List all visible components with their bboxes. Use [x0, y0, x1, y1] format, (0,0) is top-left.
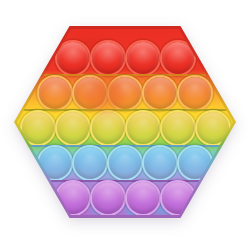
bubble-orange-2[interactable]: [74, 77, 106, 109]
bubble-row-purple: [17, 180, 233, 215]
bubble-blue-2[interactable]: [74, 147, 106, 179]
bubble-orange-4[interactable]: [144, 77, 176, 109]
bubble-blue-1[interactable]: [39, 147, 71, 179]
bubble-red-4[interactable]: [162, 42, 194, 74]
bubble-yellow-3[interactable]: [92, 112, 124, 144]
bubble-red-1[interactable]: [57, 42, 89, 74]
bubble-row-blue: [17, 145, 233, 180]
bubble-yellow-4[interactable]: [127, 112, 159, 144]
bubble-row-red: [17, 41, 233, 74]
bubble-red-3[interactable]: [127, 42, 159, 74]
bubble-orange-5[interactable]: [179, 77, 211, 109]
photo-canvas: [0, 0, 250, 250]
popit-face: [17, 29, 233, 215]
bubble-blue-4[interactable]: [144, 147, 176, 179]
bubble-yellow-2[interactable]: [57, 112, 89, 144]
bubble-red-2[interactable]: [92, 42, 124, 74]
bubble-row-yellow: [17, 109, 233, 144]
bubble-blue-5[interactable]: [179, 147, 211, 179]
bubble-row-orange: [17, 74, 233, 109]
bubble-purple-2[interactable]: [92, 182, 124, 214]
popit-toy: [14, 26, 236, 218]
bubble-orange-1[interactable]: [39, 77, 71, 109]
bubble-grid: [17, 41, 233, 215]
bubble-purple-3[interactable]: [127, 182, 159, 214]
bubble-blue-3[interactable]: [109, 147, 141, 179]
bubble-yellow-5[interactable]: [162, 112, 194, 144]
bubble-orange-3[interactable]: [109, 77, 141, 109]
